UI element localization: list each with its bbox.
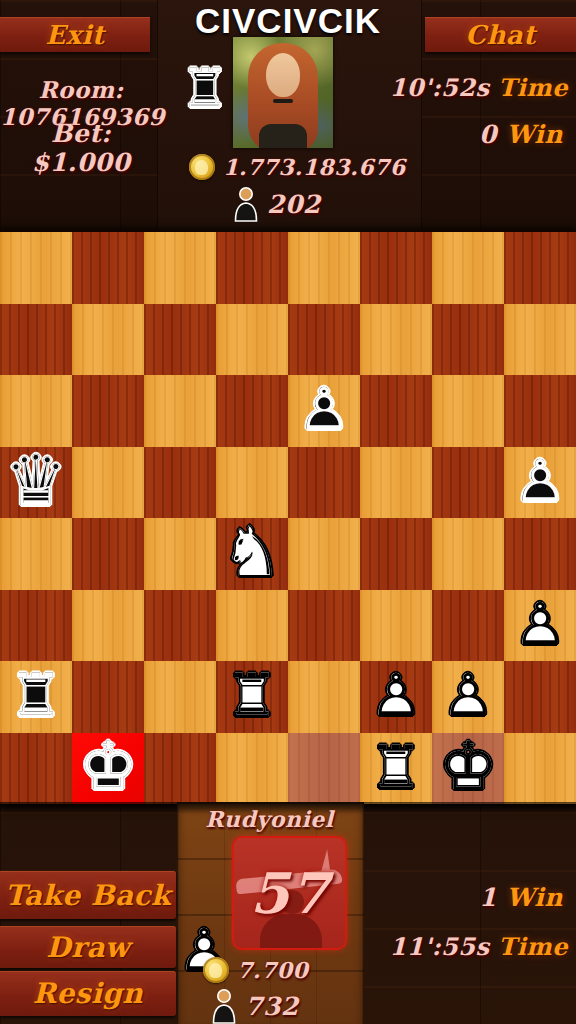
square-b8[interactable] xyxy=(72,232,144,304)
square-a3[interactable] xyxy=(0,590,72,662)
opponent-avatar xyxy=(233,37,333,148)
player-coins-row: 7.700 xyxy=(203,957,308,983)
square-a7[interactable] xyxy=(0,304,72,376)
square-e5[interactable] xyxy=(288,447,360,519)
square-a4[interactable] xyxy=(0,518,72,590)
draw-button[interactable]: Draw xyxy=(0,926,176,968)
square-c3[interactable] xyxy=(144,590,216,662)
square-a8[interactable] xyxy=(0,232,72,304)
square-e7[interactable] xyxy=(288,304,360,376)
opponent-coins-value: 1.773.183.676 xyxy=(223,154,406,180)
chess-board: ♟♙♛♕♟♙♞♘♟♙♜♖♜♖♟♙♟♙♚♔♜♖♚♔ xyxy=(0,230,576,804)
piece-black-king-b1[interactable]: ♚♔ xyxy=(72,733,144,805)
player-time-value: 11':55s xyxy=(389,932,489,961)
opponent-online-row: 202 xyxy=(233,186,321,222)
opponent-win-label: Win xyxy=(506,120,563,149)
piece-white-knight-d4[interactable]: ♞♘ xyxy=(216,518,288,590)
player-coins-value: 7.700 xyxy=(237,957,308,983)
square-c4[interactable] xyxy=(144,518,216,590)
square-g4[interactable] xyxy=(432,518,504,590)
square-b4[interactable] xyxy=(72,518,144,590)
coin-icon xyxy=(203,957,229,983)
player-name-label: Rudyoniel xyxy=(177,806,362,832)
square-h8[interactable] xyxy=(504,232,576,304)
player-win-label: Win xyxy=(506,883,563,912)
square-d8[interactable] xyxy=(216,232,288,304)
square-g3[interactable] xyxy=(432,590,504,662)
piece-black-pawn-h5[interactable]: ♟♙ xyxy=(504,447,576,519)
game-screen: Exit Chat CIVCIVCIK Room: 1076169369 Bet… xyxy=(0,0,576,1024)
square-f8[interactable] xyxy=(360,232,432,304)
square-c2[interactable] xyxy=(144,661,216,733)
piece-white-pawn-f2[interactable]: ♟♙ xyxy=(360,661,432,733)
square-f7[interactable] xyxy=(360,304,432,376)
opponent-time-value: 10':52s xyxy=(389,73,489,102)
opponent-online-count: 202 xyxy=(267,190,321,219)
square-a1[interactable] xyxy=(0,733,72,805)
square-c8[interactable] xyxy=(144,232,216,304)
square-c6[interactable] xyxy=(144,375,216,447)
square-e1[interactable] xyxy=(288,733,360,805)
resign-button-label: Resign xyxy=(33,977,143,1010)
square-f4[interactable] xyxy=(360,518,432,590)
square-g7[interactable] xyxy=(432,304,504,376)
avatar-choker xyxy=(273,99,293,103)
bet-amount-label: Bet: $1.000 xyxy=(0,119,162,177)
resign-button[interactable]: Resign xyxy=(0,971,176,1016)
square-d6[interactable] xyxy=(216,375,288,447)
square-e4[interactable] xyxy=(288,518,360,590)
square-b6[interactable] xyxy=(72,375,144,447)
player-win-row: 1 Win xyxy=(479,883,563,912)
square-f5[interactable] xyxy=(360,447,432,519)
person-icon xyxy=(233,186,259,222)
square-h7[interactable] xyxy=(504,304,576,376)
piece-white-pawn-h3[interactable]: ♟♙ xyxy=(504,590,576,662)
square-h4[interactable] xyxy=(504,518,576,590)
square-h6[interactable] xyxy=(504,375,576,447)
square-c1[interactable] xyxy=(144,733,216,805)
square-g8[interactable] xyxy=(432,232,504,304)
square-d3[interactable] xyxy=(216,590,288,662)
square-d1[interactable] xyxy=(216,733,288,805)
opponent-coins-row: 1.773.183.676 xyxy=(189,154,406,180)
square-h1[interactable] xyxy=(504,733,576,805)
avatar-face xyxy=(266,53,300,97)
player-avatar: 57 xyxy=(232,836,347,950)
player-online-count: 732 xyxy=(245,992,299,1021)
player-time-label: Time xyxy=(498,932,568,961)
square-f6[interactable] xyxy=(360,375,432,447)
square-b3[interactable] xyxy=(72,590,144,662)
opponent-win-value: 0 xyxy=(479,120,497,149)
move-timer: 57 xyxy=(234,838,345,948)
piece-white-king-g1[interactable]: ♚♔ xyxy=(432,733,504,805)
take-back-button-label: Take Back xyxy=(5,879,171,912)
square-b7[interactable] xyxy=(72,304,144,376)
square-c5[interactable] xyxy=(144,447,216,519)
player-win-value: 1 xyxy=(479,883,497,912)
player-online-row: 732 xyxy=(211,988,299,1024)
square-g5[interactable] xyxy=(432,447,504,519)
square-b2[interactable] xyxy=(72,661,144,733)
piece-white-rook-d2[interactable]: ♜♖ xyxy=(216,661,288,733)
square-d5[interactable] xyxy=(216,447,288,519)
square-c7[interactable] xyxy=(144,304,216,376)
coin-icon xyxy=(189,154,215,180)
opponent-time-row: 10':52s Time xyxy=(389,73,568,102)
piece-white-pawn-g2[interactable]: ♟♙ xyxy=(432,661,504,733)
square-h2[interactable] xyxy=(504,661,576,733)
piece-black-rook-a2[interactable]: ♜♖ xyxy=(0,661,72,733)
opponent-time-label: Time xyxy=(498,73,568,102)
piece-white-rook-f1[interactable]: ♜♖ xyxy=(360,733,432,805)
person-icon xyxy=(211,988,237,1024)
black-rook-icon: ♜ ♖ xyxy=(180,60,230,118)
square-e3[interactable] xyxy=(288,590,360,662)
player-time-row: 11':55s Time xyxy=(389,932,568,961)
piece-black-queen-a5[interactable]: ♛♕ xyxy=(0,447,72,519)
square-d7[interactable] xyxy=(216,304,288,376)
take-back-button[interactable]: Take Back xyxy=(0,871,176,919)
square-e2[interactable] xyxy=(288,661,360,733)
draw-button-label: Draw xyxy=(46,931,129,964)
square-a6[interactable] xyxy=(0,375,72,447)
square-f3[interactable] xyxy=(360,590,432,662)
square-b5[interactable] xyxy=(72,447,144,519)
avatar-body xyxy=(259,124,307,148)
square-e8[interactable] xyxy=(288,232,360,304)
opponent-name-title: CIVCIVCIK xyxy=(0,1,576,41)
opponent-win-row: 0 Win xyxy=(479,120,563,149)
piece-black-pawn-e6[interactable]: ♟♙ xyxy=(288,375,360,447)
square-g6[interactable] xyxy=(432,375,504,447)
